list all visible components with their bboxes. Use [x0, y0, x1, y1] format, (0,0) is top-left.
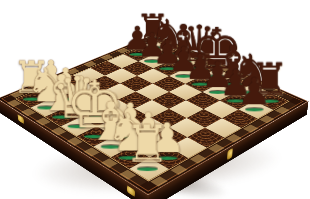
- piece-white-rook[interactable]: ♜: [117, 119, 177, 170]
- brass-clasp-icon: [127, 185, 135, 197]
- brass-hinge-icon: [227, 148, 233, 160]
- piece-black-pawn[interactable]: ♟: [228, 73, 281, 110]
- perspective-scene: ♜♞♝♛♚♝♞♜♟♟♟♟♟♟♟♟♟♟♟♟♟♟♟♟♜♞♝♛♚♝♞♜: [0, 0, 310, 199]
- chess-set-photo: ♜♞♝♛♚♝♞♜♟♟♟♟♟♟♟♟♟♟♟♟♟♟♟♟♜♞♝♛♚♝♞♜: [0, 0, 310, 199]
- brass-clasp-icon: [17, 114, 24, 124]
- chess-board-squares: ♜♞♝♛♚♝♞♜♟♟♟♟♟♟♟♟♟♟♟♟♟♟♟♟♜♞♝♛♚♝♞♜: [17, 41, 288, 180]
- chess-board: ♜♞♝♛♚♝♞♜♟♟♟♟♟♟♟♟♟♟♟♟♟♟♟♟♜♞♝♛♚♝♞♜: [0, 34, 308, 195]
